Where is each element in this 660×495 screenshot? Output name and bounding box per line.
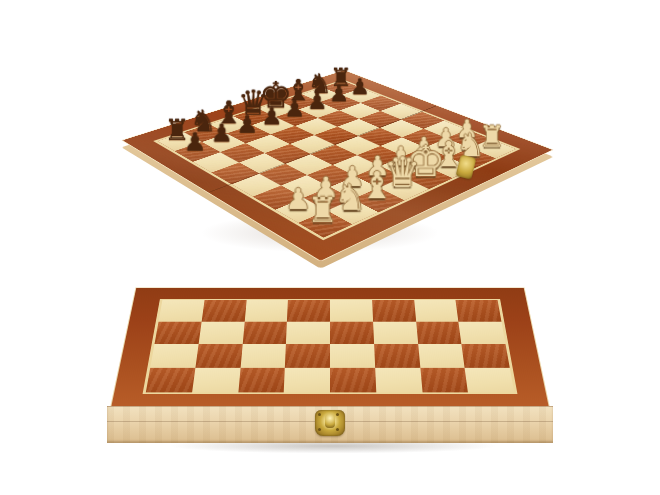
box-top-square: [330, 300, 373, 321]
box-top-square: [459, 322, 506, 344]
box-top-square: [418, 344, 465, 368]
box-top-square: [414, 300, 459, 321]
piece-black-pawn: ♟: [349, 76, 369, 98]
box-top-square: [374, 344, 420, 368]
box-top-square: [195, 344, 242, 368]
box-top-square: [154, 322, 201, 344]
box-top-square: [192, 368, 240, 393]
brass-clasp-icon: [315, 410, 345, 436]
box-top-square: [201, 300, 246, 321]
closed-box-top: [110, 288, 550, 408]
box-top-square: [238, 368, 285, 393]
box-top-square: [198, 322, 244, 344]
piece-black-pawn: ♟: [284, 97, 305, 120]
box-top-square: [242, 322, 287, 344]
box-top-square: [373, 322, 418, 344]
box-top-square: [465, 368, 514, 393]
piece-black-pawn: ♟: [307, 90, 328, 113]
box-top-square: [330, 322, 374, 344]
closed-box-front: [107, 406, 553, 443]
box-top-square: [146, 368, 195, 393]
open-chess-set: ♜♟♟♜♞♟♟♞♝♟♟♝♚♟♟♚♛♟♟♛♝♟♟♝♞♟♟♞♜♟♟♜: [0, 0, 660, 270]
closed-chess-box: [0, 250, 660, 495]
piece-black-pawn: ♟: [260, 104, 281, 128]
box-top-square: [456, 300, 502, 321]
box-top-square: [285, 344, 330, 368]
box-top-square: [330, 344, 375, 368]
box-top-square: [372, 300, 416, 321]
piece-black-pawn: ♟: [184, 129, 207, 154]
product-photo: ♜♟♟♜♞♟♟♞♝♟♟♝♚♟♟♚♛♟♟♛♝♟♟♝♞♟♟♞♜♟♟♜: [0, 0, 660, 495]
box-top-square: [287, 300, 330, 321]
box-top-square: [375, 368, 422, 393]
box-top-square: [240, 344, 286, 368]
box-top-square: [150, 344, 198, 368]
box-top-square: [286, 322, 330, 344]
box-top-square: [244, 300, 288, 321]
piece-black-pawn: ♟: [210, 121, 232, 146]
piece-black-pawn: ♟: [236, 112, 258, 136]
box-top-square: [284, 368, 330, 393]
box-top-square: [420, 368, 468, 393]
box-top-square: [159, 300, 205, 321]
box-top-square: [416, 322, 462, 344]
box-top-square: [462, 344, 510, 368]
piece-white-knight: ♞: [335, 180, 367, 216]
piece-black-pawn: ♟: [329, 83, 349, 105]
piece-white-rook: ♜: [308, 193, 339, 228]
closed-box-grid: [143, 299, 518, 394]
box-top-square: [330, 368, 376, 393]
